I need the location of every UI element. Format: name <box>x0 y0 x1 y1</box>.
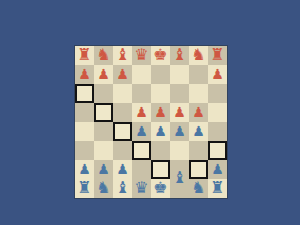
square-f8[interactable]: ♝ <box>170 46 189 65</box>
piece-blue-rook-h1[interactable]: ♜ <box>210 180 224 196</box>
square-h2[interactable]: ♟ <box>208 160 227 179</box>
piece-red-rook-h8[interactable]: ♜ <box>210 47 224 63</box>
square-b1[interactable]: ♞ <box>94 179 113 198</box>
piece-blue-pawn-d4[interactable]: ♟ <box>135 124 148 138</box>
piece-red-king-e8[interactable]: ♚ <box>153 47 167 63</box>
piece-blue-pawn-a2[interactable]: ♟ <box>78 162 91 176</box>
piece-red-pawn-h7[interactable]: ♟ <box>211 67 224 81</box>
square-c8[interactable]: ♝ <box>113 46 132 65</box>
square-b2[interactable]: ♟ <box>94 160 113 179</box>
piece-blue-pawn-g4[interactable]: ♟ <box>192 124 205 138</box>
piece-red-rook-a8[interactable]: ♜ <box>77 47 91 63</box>
square-c2[interactable]: ♟ <box>113 160 132 179</box>
piece-blue-pawn-h2[interactable]: ♟ <box>211 162 224 176</box>
square-g8[interactable]: ♞ <box>189 46 208 65</box>
square-e3[interactable] <box>151 141 170 160</box>
square-b3[interactable] <box>94 141 113 160</box>
square-e8[interactable]: ♚ <box>151 46 170 65</box>
square-a8[interactable]: ♜ <box>75 46 94 65</box>
square-d5[interactable]: ♟ <box>132 103 151 122</box>
square-h1[interactable]: ♜ <box>208 179 227 198</box>
square-g5[interactable]: ♟ <box>189 103 208 122</box>
piece-red-pawn-g5[interactable]: ♟ <box>192 105 205 119</box>
square-a7[interactable]: ♟ <box>75 65 94 84</box>
piece-red-bishop-c8[interactable]: ♝ <box>115 47 129 63</box>
piece-red-queen-d8[interactable]: ♛ <box>134 47 148 63</box>
highlighted-move-square-d3[interactable] <box>132 141 151 160</box>
piece-blue-pawn-e4[interactable]: ♟ <box>154 124 167 138</box>
square-g7[interactable] <box>189 65 208 84</box>
piece-red-pawn-b7[interactable]: ♟ <box>97 67 110 81</box>
piece-red-pawn-e5[interactable]: ♟ <box>154 105 167 119</box>
square-a2[interactable]: ♟ <box>75 160 94 179</box>
square-d6[interactable] <box>132 84 151 103</box>
square-g6[interactable] <box>189 84 208 103</box>
square-d1[interactable]: ♛ <box>132 179 151 198</box>
square-b7[interactable]: ♟ <box>94 65 113 84</box>
square-c7[interactable]: ♟ <box>113 65 132 84</box>
piece-blue-pawn-b2[interactable]: ♟ <box>97 162 110 176</box>
highlighted-move-square-e2[interactable] <box>151 160 170 179</box>
square-f3[interactable] <box>170 141 189 160</box>
square-h4[interactable] <box>208 122 227 141</box>
app-background: { "game": "chess", "position": { "fen": … <box>0 0 300 225</box>
piece-blue-bishop-c1[interactable]: ♝ <box>115 180 129 196</box>
square-e6[interactable] <box>151 84 170 103</box>
piece-red-pawn-d5[interactable]: ♟ <box>135 105 148 119</box>
piece-red-pawn-c7[interactable]: ♟ <box>116 67 129 81</box>
square-b8[interactable]: ♞ <box>94 46 113 65</box>
square-d7[interactable] <box>132 65 151 84</box>
square-f7[interactable] <box>170 65 189 84</box>
square-g3[interactable] <box>189 141 208 160</box>
square-c3[interactable] <box>113 141 132 160</box>
square-a1[interactable]: ♜ <box>75 179 94 198</box>
chess-board: ♜♞♝♛♚♝♞♜♟♟♟♟♟♟♟♟♟♟♟♟♟♟♟♟♜♞♝♛♚♝♞♜ <box>74 45 228 199</box>
square-e7[interactable] <box>151 65 170 84</box>
square-f4[interactable]: ♟ <box>170 122 189 141</box>
piece-red-bishop-f8[interactable]: ♝ <box>172 47 186 63</box>
square-h8[interactable]: ♜ <box>208 46 227 65</box>
square-d2[interactable] <box>132 160 151 179</box>
square-b4[interactable] <box>94 122 113 141</box>
square-d8[interactable]: ♛ <box>132 46 151 65</box>
piece-red-knight-b8[interactable]: ♞ <box>96 47 110 63</box>
square-h5[interactable] <box>208 103 227 122</box>
piece-blue-bishop-f1-lifted[interactable]: ♝ <box>172 170 186 186</box>
square-e5[interactable]: ♟ <box>151 103 170 122</box>
square-e1[interactable]: ♚ <box>151 179 170 198</box>
square-a3[interactable] <box>75 141 94 160</box>
square-g1[interactable]: ♞ <box>189 179 208 198</box>
square-g4[interactable]: ♟ <box>189 122 208 141</box>
square-f6[interactable] <box>170 84 189 103</box>
square-h7[interactable]: ♟ <box>208 65 227 84</box>
piece-blue-pawn-c2[interactable]: ♟ <box>116 162 129 176</box>
square-h6[interactable] <box>208 84 227 103</box>
piece-red-pawn-a7[interactable]: ♟ <box>78 67 91 81</box>
highlighted-move-square-c4[interactable] <box>113 122 132 141</box>
square-b6[interactable] <box>94 84 113 103</box>
highlighted-move-square-h3[interactable] <box>208 141 227 160</box>
square-f5[interactable]: ♟ <box>170 103 189 122</box>
piece-blue-knight-b1[interactable]: ♞ <box>96 180 110 196</box>
square-e4[interactable]: ♟ <box>151 122 170 141</box>
square-a5[interactable] <box>75 103 94 122</box>
piece-blue-king-e1[interactable]: ♚ <box>153 180 167 196</box>
piece-blue-pawn-f4[interactable]: ♟ <box>173 124 186 138</box>
square-f1[interactable]: ♝ <box>170 179 189 198</box>
square-d4[interactable]: ♟ <box>132 122 151 141</box>
square-c5[interactable] <box>113 103 132 122</box>
piece-red-knight-g8[interactable]: ♞ <box>191 47 205 63</box>
piece-red-pawn-f5[interactable]: ♟ <box>173 105 186 119</box>
square-c6[interactable] <box>113 84 132 103</box>
piece-blue-knight-g1[interactable]: ♞ <box>191 180 205 196</box>
piece-blue-queen-d1[interactable]: ♛ <box>134 180 148 196</box>
square-c1[interactable]: ♝ <box>113 179 132 198</box>
highlighted-move-square-a6[interactable] <box>75 84 94 103</box>
highlighted-move-square-g2[interactable] <box>189 160 208 179</box>
square-a4[interactable] <box>75 122 94 141</box>
highlighted-move-square-b5[interactable] <box>94 103 113 122</box>
piece-blue-rook-a1[interactable]: ♜ <box>77 180 91 196</box>
